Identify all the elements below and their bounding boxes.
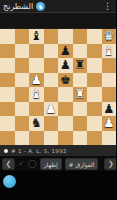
square-b4[interactable] [15,87,30,102]
square-h8[interactable]: ♛ [102,29,117,44]
check-icon[interactable]: ✓ [18,158,25,170]
black-bishop[interactable]: ♝ [31,29,42,44]
white-bishop[interactable]: ♝ [31,87,42,102]
square-a2[interactable] [0,116,15,131]
square-f5[interactable] [73,73,88,88]
square-g6[interactable] [87,58,102,73]
board-top-panel [0,13,116,29]
square-d1[interactable] [44,131,59,146]
black-rook[interactable]: ♜ [74,58,85,73]
square-b6[interactable] [15,58,30,73]
square-c8[interactable]: ♝ [29,29,44,44]
square-g8[interactable] [87,29,102,44]
prev-move-button[interactable]: ❮ [2,158,15,170]
black-knight[interactable]: ♞ [31,116,42,131]
puzzle-info-text: # 1 - A. L. S. 1992 [11,148,67,154]
square-b8[interactable] [15,29,30,44]
square-h3[interactable]: ♟ [102,102,117,117]
app-screen: الشطرنج ♞ ⋮ ♝♛♟♝♟♜♟♚♝♜♟♟♞♟ # 1 - A. L. S… [0,0,116,200]
app-title: الشطرنج [3,0,33,13]
square-e7[interactable]: ♟ [58,44,73,59]
square-g1[interactable] [87,131,102,146]
square-e8[interactable] [58,29,73,44]
square-e4[interactable] [58,87,73,102]
square-e6[interactable]: ♟ [58,58,73,73]
square-h6[interactable] [102,58,117,73]
square-g4[interactable] [87,87,102,102]
square-e3[interactable] [58,102,73,117]
square-h7[interactable]: ♝ [102,44,117,59]
black-pawn[interactable]: ♟ [60,44,71,59]
square-b1[interactable] [15,131,30,146]
square-g5[interactable] [87,73,102,88]
square-c6[interactable] [29,58,44,73]
square-b7[interactable] [15,44,30,59]
square-a7[interactable] [0,44,15,59]
square-e2[interactable] [58,116,73,131]
white-pawn[interactable]: ♟ [45,102,56,117]
controls-bar: ❮ ✓ ◯ إظهار الفوارق # ❯ [0,156,116,171]
square-g2[interactable] [87,116,102,131]
square-c5[interactable]: ♟ [29,73,44,88]
square-a1[interactable] [0,131,15,146]
square-b3[interactable] [15,102,30,117]
square-a6[interactable] [0,58,15,73]
white-queen[interactable]: ♛ [103,29,114,44]
bottom-panel [0,171,116,200]
square-d7[interactable] [44,44,59,59]
square-c1[interactable] [29,131,44,146]
square-h5[interactable] [102,73,117,88]
square-c4[interactable]: ♝ [29,87,44,102]
circle-hint-icon[interactable]: ◯ [28,158,37,170]
square-h1[interactable] [102,131,117,146]
square-h2[interactable]: ♟ [102,116,117,131]
chess-board[interactable]: ♝♛♟♝♟♜♟♚♝♜♟♟♞♟ [0,29,116,145]
square-d5[interactable] [44,73,59,88]
square-f8[interactable] [73,29,88,44]
square-b5[interactable] [15,73,30,88]
square-g7[interactable] [87,44,102,59]
black-king[interactable]: ♚ [60,73,71,88]
app-icon-badge: ♞ [36,2,45,11]
square-c2[interactable]: ♞ [29,116,44,131]
overflow-menu-icon[interactable]: ⋮ [102,0,113,13]
square-f1[interactable] [73,131,88,146]
black-pawn[interactable]: ♟ [103,102,114,117]
square-a5[interactable] [0,73,15,88]
title-bar: الشطرنج ♞ ⋮ [0,0,116,13]
black-pawn[interactable]: ♟ [60,58,71,73]
next-move-button[interactable]: ❯ [104,158,116,170]
square-d3[interactable]: ♟ [44,102,59,117]
square-e5[interactable]: ♚ [58,73,73,88]
square-g3[interactable] [87,102,102,117]
square-d8[interactable] [44,29,59,44]
turn-indicator-dot [4,149,8,153]
square-d2[interactable] [44,116,59,131]
square-d6[interactable] [44,58,59,73]
square-f4[interactable]: ♜ [73,87,88,102]
square-f3[interactable] [73,102,88,117]
white-pawn[interactable]: ♟ [103,116,114,131]
white-bishop[interactable]: ♝ [103,44,114,59]
square-c7[interactable] [29,44,44,59]
variants-button[interactable]: الفوارق # [65,158,99,170]
square-e1[interactable] [58,131,73,146]
square-a4[interactable] [0,87,15,102]
white-rook[interactable]: ♜ [74,87,85,102]
knight-badge-icon: ♞ [38,2,43,11]
status-strip: # 1 - A. L. S. 1992 [0,145,116,156]
square-b2[interactable] [15,116,30,131]
white-pawn[interactable]: ♟ [31,73,42,88]
square-f6[interactable]: ♜ [73,58,88,73]
show-button[interactable]: إظهار [40,158,62,170]
square-f2[interactable] [73,116,88,131]
square-a8[interactable] [0,29,15,44]
fab-button[interactable] [3,175,16,188]
square-c3[interactable] [29,102,44,117]
square-a3[interactable] [0,102,15,117]
square-h4[interactable] [102,87,117,102]
square-d4[interactable] [44,87,59,102]
square-f7[interactable] [73,44,88,59]
